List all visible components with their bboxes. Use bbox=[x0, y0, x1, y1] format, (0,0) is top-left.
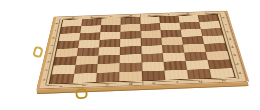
board-right-edge bbox=[226, 11, 249, 82]
board-left-edge bbox=[37, 17, 57, 91]
board-edges-overlay bbox=[0, 0, 260, 110]
product-photo-scene: abcdefgh abcdefgh 87654321 87654321 bbox=[0, 0, 260, 110]
